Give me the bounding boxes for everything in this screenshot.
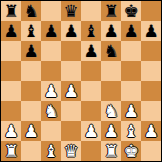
piece-black-pawn[interactable]: ♟	[43, 21, 58, 41]
piece-black-pawn[interactable]: ♟	[83, 41, 98, 61]
piece-black-queen[interactable]: ♛	[63, 1, 78, 21]
square-b3[interactable]	[21, 101, 41, 121]
square-c6[interactable]	[41, 41, 61, 61]
square-e4[interactable]	[81, 81, 101, 101]
square-g7[interactable]: ♟	[121, 21, 141, 41]
piece-white-pawn[interactable]: ♟	[103, 121, 118, 141]
square-h8[interactable]	[141, 1, 161, 21]
piece-white-pawn[interactable]: ♟	[143, 121, 158, 141]
square-c4[interactable]: ♟	[41, 81, 61, 101]
piece-black-rook[interactable]: ♜	[103, 1, 118, 21]
piece-white-pawn[interactable]: ♟	[43, 81, 58, 101]
piece-white-pawn[interactable]: ♟	[83, 121, 98, 141]
square-b6[interactable]: ♟	[21, 41, 41, 61]
piece-black-pawn[interactable]: ♟	[143, 21, 158, 41]
square-a1[interactable]: ♜	[1, 141, 21, 161]
chess-board: ♜♞♛♜♚♟♝♟♟♝♟♟♟♟♟♞♟♟♞♞♟♟♟♟♟♝♟♜♝♛♜♚	[1, 1, 161, 161]
piece-white-knight[interactable]: ♞	[103, 101, 118, 121]
square-b2[interactable]: ♟	[21, 121, 41, 141]
square-g3[interactable]: ♟	[121, 101, 141, 121]
square-c3[interactable]: ♞	[41, 101, 61, 121]
square-g2[interactable]: ♝	[121, 121, 141, 141]
square-g5[interactable]	[121, 61, 141, 81]
square-e5[interactable]	[81, 61, 101, 81]
piece-white-knight[interactable]: ♞	[43, 101, 58, 121]
piece-black-knight[interactable]: ♞	[103, 41, 118, 61]
square-d3[interactable]	[61, 101, 81, 121]
piece-white-pawn[interactable]: ♟	[123, 101, 138, 121]
square-g8[interactable]: ♚	[121, 1, 141, 21]
square-a5[interactable]	[1, 61, 21, 81]
square-f1[interactable]: ♜	[101, 141, 121, 161]
square-e2[interactable]: ♟	[81, 121, 101, 141]
square-c1[interactable]: ♝	[41, 141, 61, 161]
square-b8[interactable]: ♞	[21, 1, 41, 21]
square-h5[interactable]	[141, 61, 161, 81]
piece-black-pawn[interactable]: ♟	[103, 21, 118, 41]
square-f7[interactable]: ♟	[101, 21, 121, 41]
square-c7[interactable]: ♟	[41, 21, 61, 41]
square-g1[interactable]: ♚	[121, 141, 141, 161]
square-h1[interactable]	[141, 141, 161, 161]
piece-white-rook[interactable]: ♜	[3, 141, 18, 161]
piece-white-bishop[interactable]: ♝	[123, 121, 138, 141]
square-a2[interactable]: ♟	[1, 121, 21, 141]
square-e3[interactable]	[81, 101, 101, 121]
square-b5[interactable]	[21, 61, 41, 81]
square-f4[interactable]	[101, 81, 121, 101]
square-h2[interactable]: ♟	[141, 121, 161, 141]
square-f6[interactable]: ♞	[101, 41, 121, 61]
square-a3[interactable]	[1, 101, 21, 121]
square-a4[interactable]	[1, 81, 21, 101]
square-a8[interactable]: ♜	[1, 1, 21, 21]
square-h7[interactable]: ♟	[141, 21, 161, 41]
piece-white-rook[interactable]: ♜	[103, 141, 118, 161]
square-d7[interactable]: ♟	[61, 21, 81, 41]
square-h3[interactable]	[141, 101, 161, 121]
piece-black-pawn[interactable]: ♟	[3, 21, 18, 41]
square-d4[interactable]: ♟	[61, 81, 81, 101]
chess-board-frame: ♜♞♛♜♚♟♝♟♟♝♟♟♟♟♟♞♟♟♞♞♟♟♟♟♟♝♟♜♝♛♜♚	[0, 0, 162, 162]
square-d6[interactable]	[61, 41, 81, 61]
square-e7[interactable]: ♝	[81, 21, 101, 41]
piece-black-knight[interactable]: ♞	[23, 1, 38, 21]
square-d1[interactable]: ♛	[61, 141, 81, 161]
square-f2[interactable]: ♟	[101, 121, 121, 141]
piece-black-pawn[interactable]: ♟	[23, 41, 38, 61]
square-g6[interactable]	[121, 41, 141, 61]
piece-white-king[interactable]: ♚	[123, 141, 138, 161]
square-f5[interactable]	[101, 61, 121, 81]
square-a7[interactable]: ♟	[1, 21, 21, 41]
square-c2[interactable]	[41, 121, 61, 141]
piece-black-pawn[interactable]: ♟	[123, 21, 138, 41]
piece-black-bishop[interactable]: ♝	[23, 21, 38, 41]
piece-white-queen[interactable]: ♛	[63, 141, 78, 161]
square-b4[interactable]	[21, 81, 41, 101]
piece-white-pawn[interactable]: ♟	[3, 121, 18, 141]
square-e1[interactable]	[81, 141, 101, 161]
piece-white-pawn[interactable]: ♟	[63, 81, 78, 101]
square-e8[interactable]	[81, 1, 101, 21]
square-d2[interactable]	[61, 121, 81, 141]
square-d8[interactable]: ♛	[61, 1, 81, 21]
square-b7[interactable]: ♝	[21, 21, 41, 41]
square-h4[interactable]	[141, 81, 161, 101]
square-c8[interactable]	[41, 1, 61, 21]
square-e6[interactable]: ♟	[81, 41, 101, 61]
square-c5[interactable]	[41, 61, 61, 81]
square-h6[interactable]	[141, 41, 161, 61]
square-b1[interactable]	[21, 141, 41, 161]
piece-white-bishop[interactable]: ♝	[43, 141, 58, 161]
square-f3[interactable]: ♞	[101, 101, 121, 121]
piece-black-pawn[interactable]: ♟	[63, 21, 78, 41]
piece-white-pawn[interactable]: ♟	[23, 121, 38, 141]
square-d5[interactable]	[61, 61, 81, 81]
piece-black-bishop[interactable]: ♝	[83, 21, 98, 41]
square-f8[interactable]: ♜	[101, 1, 121, 21]
square-g4[interactable]	[121, 81, 141, 101]
piece-black-king[interactable]: ♚	[123, 1, 138, 21]
square-a6[interactable]	[1, 41, 21, 61]
piece-black-rook[interactable]: ♜	[3, 1, 18, 21]
